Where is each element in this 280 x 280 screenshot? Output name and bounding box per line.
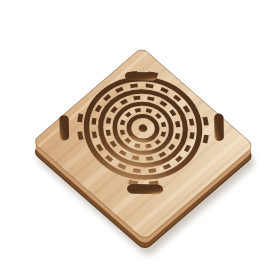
corner-slot (125, 72, 157, 81)
corner-slot (214, 114, 224, 141)
corner-slot (59, 115, 69, 140)
corner-slot (127, 184, 163, 194)
trivet-graphic (0, 0, 280, 280)
product-photo (0, 0, 280, 280)
board-face (29, 43, 257, 241)
